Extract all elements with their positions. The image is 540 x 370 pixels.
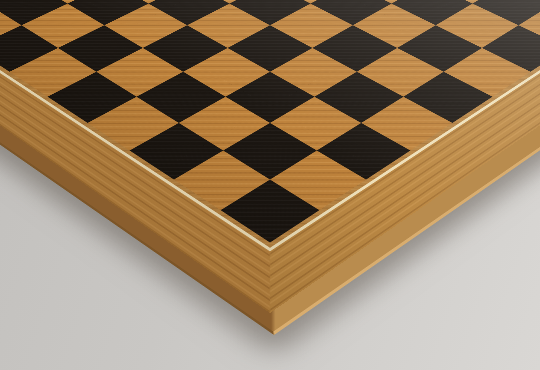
product-photo — [0, 0, 540, 370]
board-scene — [0, 0, 540, 370]
chess-board — [0, 0, 540, 313]
